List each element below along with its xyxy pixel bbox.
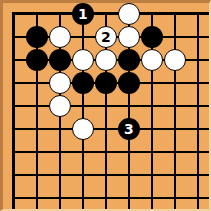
- white-stone: [72, 118, 94, 140]
- black-stone: [72, 72, 94, 94]
- black-stone-move-3: 3: [118, 118, 140, 140]
- go-board-surface: 123: [3, 3, 209, 209]
- black-stone: [95, 72, 117, 94]
- white-stone: [49, 72, 71, 94]
- go-board: 123: [0, 0, 211, 211]
- black-stone: [141, 26, 163, 48]
- white-stone: [72, 49, 94, 71]
- move-number-label: 1: [78, 6, 88, 20]
- white-stone: [49, 95, 71, 117]
- black-stone: [49, 49, 71, 71]
- stone-grid: 123: [2, 2, 210, 210]
- black-stone: [26, 26, 48, 48]
- white-stone: [164, 49, 186, 71]
- white-stone: [118, 3, 140, 25]
- white-stone: [95, 49, 117, 71]
- white-stone-move-2: 2: [95, 26, 117, 48]
- move-number-label: 2: [101, 29, 111, 43]
- move-number-label: 3: [124, 121, 134, 135]
- black-stone: [118, 72, 140, 94]
- white-stone: [118, 26, 140, 48]
- black-stone-move-1: 1: [72, 3, 94, 25]
- black-stone: [26, 49, 48, 71]
- white-stone: [49, 26, 71, 48]
- white-stone: [141, 49, 163, 71]
- black-stone: [118, 49, 140, 71]
